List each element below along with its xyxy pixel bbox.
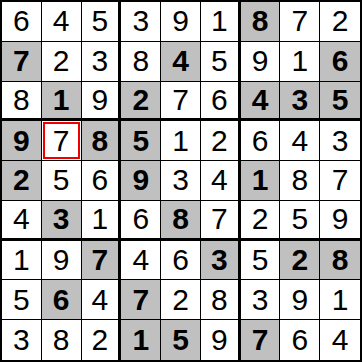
cell-r2c7[interactable]: 9 bbox=[241, 42, 281, 82]
cell-r4c8[interactable]: 4 bbox=[280, 121, 320, 161]
cell-r6c7[interactable]: 2 bbox=[241, 201, 281, 241]
cell-r1c3[interactable]: 5 bbox=[82, 2, 122, 42]
cell-r6c9[interactable]: 9 bbox=[320, 201, 360, 241]
cell-r5c1[interactable]: 2 bbox=[2, 161, 42, 201]
cell-r9c2[interactable]: 8 bbox=[42, 320, 82, 360]
cell-r8c3[interactable]: 4 bbox=[82, 280, 122, 320]
cell-r5c9[interactable]: 7 bbox=[320, 161, 360, 201]
cell-r6c1[interactable]: 4 bbox=[2, 201, 42, 241]
cell-r7c3[interactable]: 7 bbox=[82, 241, 122, 281]
cell-r2c4[interactable]: 8 bbox=[121, 42, 161, 82]
cell-r6c4[interactable]: 6 bbox=[121, 201, 161, 241]
cell-r3c1[interactable]: 8 bbox=[2, 82, 42, 122]
cell-r3c8[interactable]: 3 bbox=[280, 82, 320, 122]
sudoku-board: 6453918727238459168192764359785126432569… bbox=[0, 0, 362, 362]
cell-r7c8[interactable]: 2 bbox=[280, 241, 320, 281]
cell-r7c1[interactable]: 1 bbox=[2, 241, 42, 281]
cell-r8c2[interactable]: 6 bbox=[42, 280, 82, 320]
cell-r1c5[interactable]: 9 bbox=[161, 2, 201, 42]
cell-r9c1[interactable]: 3 bbox=[2, 320, 42, 360]
cell-r8c4[interactable]: 7 bbox=[121, 280, 161, 320]
cell-r1c1[interactable]: 6 bbox=[2, 2, 42, 42]
cell-r2c3[interactable]: 3 bbox=[82, 42, 122, 82]
cell-r5c4[interactable]: 9 bbox=[121, 161, 161, 201]
cell-r1c9[interactable]: 2 bbox=[320, 2, 360, 42]
cell-r2c1[interactable]: 7 bbox=[2, 42, 42, 82]
cell-r5c5[interactable]: 3 bbox=[161, 161, 201, 201]
cell-r1c6[interactable]: 1 bbox=[201, 2, 241, 42]
cell-r7c5[interactable]: 6 bbox=[161, 241, 201, 281]
cell-r3c5[interactable]: 7 bbox=[161, 82, 201, 122]
cell-r2c6[interactable]: 5 bbox=[201, 42, 241, 82]
cell-r3c3[interactable]: 9 bbox=[82, 82, 122, 122]
cell-r9c9[interactable]: 4 bbox=[320, 320, 360, 360]
cell-r5c3[interactable]: 6 bbox=[82, 161, 122, 201]
cell-r9c6[interactable]: 9 bbox=[201, 320, 241, 360]
cell-r4c9[interactable]: 3 bbox=[320, 121, 360, 161]
cell-r4c4[interactable]: 5 bbox=[121, 121, 161, 161]
cell-r6c3[interactable]: 1 bbox=[82, 201, 122, 241]
cell-r5c6[interactable]: 4 bbox=[201, 161, 241, 201]
cell-r5c7[interactable]: 1 bbox=[241, 161, 281, 201]
cell-r4c1[interactable]: 9 bbox=[2, 121, 42, 161]
cell-r7c7[interactable]: 5 bbox=[241, 241, 281, 281]
cell-r6c6[interactable]: 7 bbox=[201, 201, 241, 241]
cell-r9c8[interactable]: 6 bbox=[280, 320, 320, 360]
cell-r6c8[interactable]: 5 bbox=[280, 201, 320, 241]
cell-r8c5[interactable]: 2 bbox=[161, 280, 201, 320]
cell-r1c8[interactable]: 7 bbox=[280, 2, 320, 42]
cell-r4c5[interactable]: 1 bbox=[161, 121, 201, 161]
cell-r1c2[interactable]: 4 bbox=[42, 2, 82, 42]
cell-r7c6[interactable]: 3 bbox=[201, 241, 241, 281]
cell-r6c5[interactable]: 8 bbox=[161, 201, 201, 241]
cell-r7c9[interactable]: 8 bbox=[320, 241, 360, 281]
cell-r2c5[interactable]: 4 bbox=[161, 42, 201, 82]
cell-r3c2[interactable]: 1 bbox=[42, 82, 82, 122]
cell-r2c8[interactable]: 1 bbox=[280, 42, 320, 82]
cell-r1c7[interactable]: 8 bbox=[241, 2, 281, 42]
cell-r5c8[interactable]: 8 bbox=[280, 161, 320, 201]
cell-r8c6[interactable]: 8 bbox=[201, 280, 241, 320]
cell-r9c3[interactable]: 2 bbox=[82, 320, 122, 360]
cell-r1c4[interactable]: 3 bbox=[121, 2, 161, 42]
cell-r4c3[interactable]: 8 bbox=[82, 121, 122, 161]
cell-r3c7[interactable]: 4 bbox=[241, 82, 281, 122]
cell-r8c7[interactable]: 3 bbox=[241, 280, 281, 320]
cell-r5c2[interactable]: 5 bbox=[42, 161, 82, 201]
cell-r8c1[interactable]: 5 bbox=[2, 280, 42, 320]
cell-r6c2[interactable]: 3 bbox=[42, 201, 82, 241]
cell-r7c4[interactable]: 4 bbox=[121, 241, 161, 281]
cell-r9c5[interactable]: 5 bbox=[161, 320, 201, 360]
cell-r3c9[interactable]: 5 bbox=[320, 82, 360, 122]
cell-r8c9[interactable]: 1 bbox=[320, 280, 360, 320]
cell-r8c8[interactable]: 9 bbox=[280, 280, 320, 320]
cell-r3c6[interactable]: 6 bbox=[201, 82, 241, 122]
cell-r2c9[interactable]: 6 bbox=[320, 42, 360, 82]
cell-r4c2[interactable]: 7 bbox=[42, 121, 82, 161]
cell-r4c6[interactable]: 2 bbox=[201, 121, 241, 161]
cell-r4c7[interactable]: 6 bbox=[241, 121, 281, 161]
cell-r3c4[interactable]: 2 bbox=[121, 82, 161, 122]
cell-r2c2[interactable]: 2 bbox=[42, 42, 82, 82]
cell-r9c4[interactable]: 1 bbox=[121, 320, 161, 360]
cell-r7c2[interactable]: 9 bbox=[42, 241, 82, 281]
cell-r9c7[interactable]: 7 bbox=[241, 320, 281, 360]
